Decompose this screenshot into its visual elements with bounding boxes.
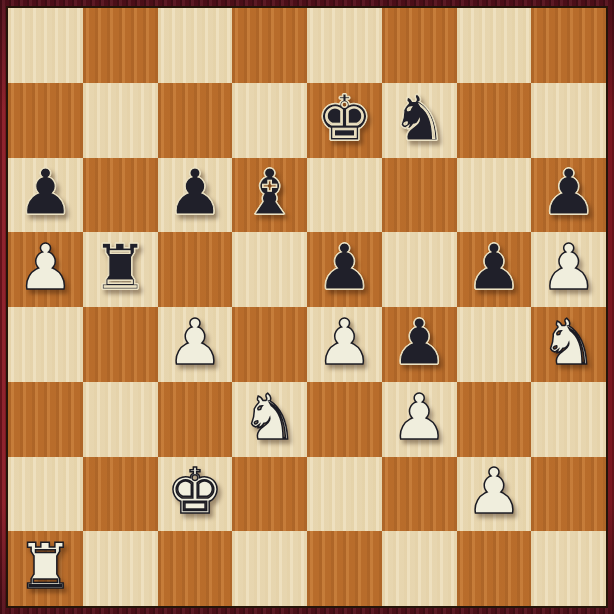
square-f4[interactable]: ♟ bbox=[382, 307, 457, 382]
square-e2[interactable] bbox=[307, 457, 382, 532]
square-f3[interactable]: ♟ bbox=[382, 382, 457, 457]
square-c4[interactable]: ♟ bbox=[158, 307, 233, 382]
square-c6[interactable]: ♟ bbox=[158, 158, 233, 233]
piece-white-knight: ♞ bbox=[241, 386, 297, 449]
square-g6[interactable] bbox=[457, 158, 532, 233]
square-b5[interactable]: ♜ bbox=[83, 232, 158, 307]
square-h2[interactable] bbox=[531, 457, 606, 532]
piece-white-knight: ♞ bbox=[540, 311, 596, 374]
piece-white-pawn: ♟ bbox=[391, 386, 447, 449]
square-b4[interactable] bbox=[83, 307, 158, 382]
square-a3[interactable] bbox=[8, 382, 83, 457]
square-b7[interactable] bbox=[83, 83, 158, 158]
square-b3[interactable] bbox=[83, 382, 158, 457]
piece-black-pawn: ♟ bbox=[540, 161, 596, 224]
piece-white-pawn: ♟ bbox=[167, 311, 223, 374]
piece-black-pawn: ♟ bbox=[466, 236, 522, 299]
piece-black-pawn: ♟ bbox=[391, 311, 447, 374]
square-e7[interactable]: ♚ bbox=[307, 83, 382, 158]
square-a7[interactable] bbox=[8, 83, 83, 158]
piece-black-king: ♚ bbox=[316, 87, 372, 150]
square-h4[interactable]: ♞ bbox=[531, 307, 606, 382]
square-a1[interactable]: ♜ bbox=[8, 531, 83, 606]
square-f5[interactable] bbox=[382, 232, 457, 307]
square-f7[interactable]: ♞ bbox=[382, 83, 457, 158]
piece-white-pawn: ♟ bbox=[17, 236, 73, 299]
piece-white-pawn: ♟ bbox=[466, 460, 522, 523]
square-e1[interactable] bbox=[307, 531, 382, 606]
square-b6[interactable] bbox=[83, 158, 158, 233]
square-a6[interactable]: ♟ bbox=[8, 158, 83, 233]
square-c1[interactable] bbox=[158, 531, 233, 606]
square-h6[interactable]: ♟ bbox=[531, 158, 606, 233]
piece-black-pawn: ♟ bbox=[167, 161, 223, 224]
piece-white-king: ♚ bbox=[167, 460, 223, 523]
piece-black-rook: ♜ bbox=[92, 236, 148, 299]
square-g3[interactable] bbox=[457, 382, 532, 457]
square-c8[interactable] bbox=[158, 8, 233, 83]
square-b8[interactable] bbox=[83, 8, 158, 83]
square-c5[interactable] bbox=[158, 232, 233, 307]
square-a8[interactable] bbox=[8, 8, 83, 83]
square-f6[interactable] bbox=[382, 158, 457, 233]
square-h5[interactable]: ♟ bbox=[531, 232, 606, 307]
square-d4[interactable] bbox=[232, 307, 307, 382]
chess-board: ♚♞♟♟♝♟♟♜♟♟♟♟♟♟♞♞♟♚♟♜ bbox=[8, 8, 606, 606]
square-c2[interactable]: ♚ bbox=[158, 457, 233, 532]
square-e5[interactable]: ♟ bbox=[307, 232, 382, 307]
piece-white-rook: ♜ bbox=[17, 535, 73, 598]
square-f2[interactable] bbox=[382, 457, 457, 532]
square-d6[interactable]: ♝ bbox=[232, 158, 307, 233]
square-b2[interactable] bbox=[83, 457, 158, 532]
square-d3[interactable]: ♞ bbox=[232, 382, 307, 457]
square-e4[interactable]: ♟ bbox=[307, 307, 382, 382]
square-e6[interactable] bbox=[307, 158, 382, 233]
chess-board-frame: ♚♞♟♟♝♟♟♜♟♟♟♟♟♟♞♞♟♚♟♜ bbox=[0, 0, 614, 614]
square-f1[interactable] bbox=[382, 531, 457, 606]
square-f8[interactable] bbox=[382, 8, 457, 83]
piece-white-pawn: ♟ bbox=[540, 236, 596, 299]
piece-black-knight: ♞ bbox=[391, 87, 447, 150]
square-h1[interactable] bbox=[531, 531, 606, 606]
square-h8[interactable] bbox=[531, 8, 606, 83]
square-g8[interactable] bbox=[457, 8, 532, 83]
square-g5[interactable]: ♟ bbox=[457, 232, 532, 307]
square-a5[interactable]: ♟ bbox=[8, 232, 83, 307]
piece-black-bishop: ♝ bbox=[241, 161, 297, 224]
square-h7[interactable] bbox=[531, 83, 606, 158]
square-e8[interactable] bbox=[307, 8, 382, 83]
square-g7[interactable] bbox=[457, 83, 532, 158]
square-g4[interactable] bbox=[457, 307, 532, 382]
piece-black-pawn: ♟ bbox=[316, 236, 372, 299]
square-c7[interactable] bbox=[158, 83, 233, 158]
square-g1[interactable] bbox=[457, 531, 532, 606]
square-c3[interactable] bbox=[158, 382, 233, 457]
square-d7[interactable] bbox=[232, 83, 307, 158]
square-h3[interactable] bbox=[531, 382, 606, 457]
square-e3[interactable] bbox=[307, 382, 382, 457]
square-d8[interactable] bbox=[232, 8, 307, 83]
square-d5[interactable] bbox=[232, 232, 307, 307]
square-d2[interactable] bbox=[232, 457, 307, 532]
square-d1[interactable] bbox=[232, 531, 307, 606]
square-g2[interactable]: ♟ bbox=[457, 457, 532, 532]
square-a2[interactable] bbox=[8, 457, 83, 532]
piece-white-pawn: ♟ bbox=[316, 311, 372, 374]
square-b1[interactable] bbox=[83, 531, 158, 606]
square-a4[interactable] bbox=[8, 307, 83, 382]
piece-black-pawn: ♟ bbox=[17, 161, 73, 224]
